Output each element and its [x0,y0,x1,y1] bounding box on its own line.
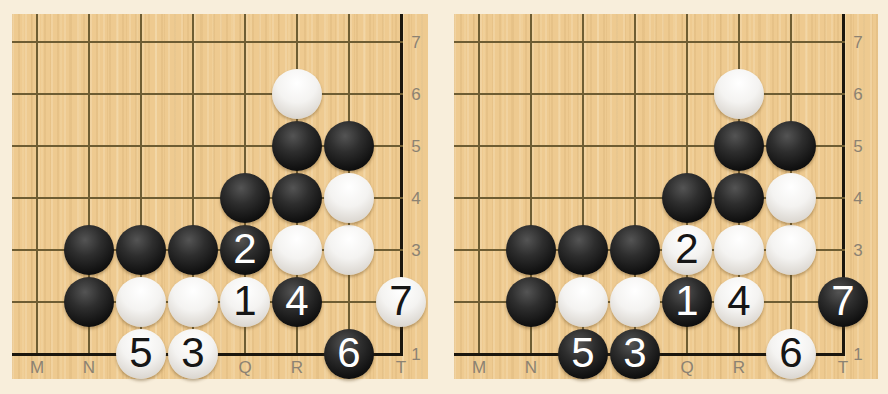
move-number-3: 3 [623,332,646,374]
stone-white-s3 [324,225,374,275]
stone-black-r4 [714,173,764,223]
coord-label-row-5: 5 [411,138,420,155]
move-number-7: 7 [389,280,412,322]
move-7-white-t2: 7 [376,277,426,327]
move-number-1: 1 [675,280,698,322]
move-6-white-s1: 6 [766,329,816,379]
coord-label-col-T: T [396,359,406,376]
grid-line-row-6 [12,93,403,95]
move-7-black-t2: 7 [818,277,868,327]
coord-label-row-7: 7 [853,34,862,51]
coord-label-row-3: 3 [853,242,862,259]
page-background: { "game": "go", "view": "bottom-right co… [0,0,888,394]
move-1-white-q2: 1 [220,277,270,327]
move-number-2: 2 [675,228,698,270]
coord-label-col-R: R [291,359,303,376]
move-number-7: 7 [831,280,854,322]
stone-white-s4 [766,173,816,223]
stone-white-r3 [714,225,764,275]
go-board-left-diagram: MNOPQRST76543212461357 [12,14,428,379]
coord-label-col-N: N [525,359,537,376]
stone-black-q4 [662,173,712,223]
grid-line-col-M [36,14,38,356]
stone-white-p2 [610,277,660,327]
coord-label-col-Q: Q [680,359,693,376]
move-number-4: 4 [727,280,750,322]
stone-black-p3 [610,225,660,275]
stone-white-s4 [324,173,374,223]
coord-label-col-M: M [30,359,44,376]
stone-black-n2 [506,277,556,327]
stone-white-r6 [272,69,322,119]
stone-black-n3 [64,225,114,275]
stone-white-r3 [272,225,322,275]
coord-label-row-1: 1 [853,346,862,363]
stone-black-r4 [272,173,322,223]
coord-label-col-Q: Q [238,359,251,376]
move-5-white-o1: 5 [116,329,166,379]
stone-black-r5 [714,121,764,171]
move-number-6: 6 [779,332,802,374]
move-number-4: 4 [285,280,308,322]
stone-white-s3 [766,225,816,275]
coord-label-row-1: 1 [411,346,420,363]
stone-black-o3 [116,225,166,275]
coord-label-row-5: 5 [853,138,862,155]
coord-label-row-4: 4 [853,190,862,207]
stone-black-p3 [168,225,218,275]
move-number-5: 5 [129,332,152,374]
stone-black-o3 [558,225,608,275]
move-number-6: 6 [337,332,360,374]
move-4-white-r2: 4 [714,277,764,327]
grid-line-row-6 [454,93,845,95]
stone-black-n2 [64,277,114,327]
coord-label-row-3: 3 [411,242,420,259]
coord-label-row-6: 6 [853,86,862,103]
coord-label-col-T: T [838,359,848,376]
grid-line-col-M [478,14,480,356]
coord-label-col-N: N [83,359,95,376]
move-number-1: 1 [233,280,256,322]
move-1-black-q2: 1 [662,277,712,327]
move-number-2: 2 [233,228,256,270]
move-number-3: 3 [181,332,204,374]
stone-white-p2 [168,277,218,327]
stone-black-q4 [220,173,270,223]
coord-label-col-R: R [733,359,745,376]
move-3-white-p1: 3 [168,329,218,379]
go-board-right-diagram: MNOPQRST76543211357246 [454,14,878,379]
stone-white-o2 [116,277,166,327]
stone-black-s5 [766,121,816,171]
coord-label-row-7: 7 [411,34,420,51]
move-6-black-s1: 6 [324,329,374,379]
grid-line-row-7 [12,41,403,43]
stone-white-o2 [558,277,608,327]
move-2-black-q3: 2 [220,225,270,275]
coord-label-row-4: 4 [411,190,420,207]
coord-label-row-6: 6 [411,86,420,103]
move-2-white-q3: 2 [662,225,712,275]
coord-label-col-M: M [472,359,486,376]
move-4-black-r2: 4 [272,277,322,327]
move-5-black-o1: 5 [558,329,608,379]
stone-black-r5 [272,121,322,171]
move-3-black-p1: 3 [610,329,660,379]
move-number-5: 5 [571,332,594,374]
grid-line-row-7 [454,41,845,43]
stone-black-s5 [324,121,374,171]
stone-white-r6 [714,69,764,119]
stone-black-n3 [506,225,556,275]
